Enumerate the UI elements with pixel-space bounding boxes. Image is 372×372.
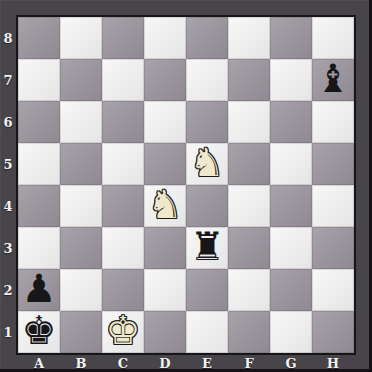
- file-label-h: H: [312, 355, 354, 372]
- square-b6[interactable]: [60, 101, 102, 143]
- square-f3[interactable]: [228, 227, 270, 269]
- square-b7[interactable]: [60, 59, 102, 101]
- square-b2[interactable]: [60, 269, 102, 311]
- square-d8[interactable]: [144, 17, 186, 59]
- square-a2[interactable]: ♟: [18, 269, 60, 311]
- rank-label-4: 4: [0, 185, 16, 227]
- chess-app-window: ♝♞♞♜♟♚♚ 87654321 ABCDEFGH: [0, 0, 372, 372]
- rank-label-1: 1: [0, 311, 16, 353]
- square-e7[interactable]: [186, 59, 228, 101]
- square-g2[interactable]: [270, 269, 312, 311]
- file-label-d: D: [144, 355, 186, 372]
- square-e3[interactable]: ♜: [186, 227, 228, 269]
- black-bishop[interactable]: ♝: [316, 58, 351, 100]
- square-f7[interactable]: [228, 59, 270, 101]
- square-a8[interactable]: [18, 17, 60, 59]
- square-g5[interactable]: [270, 143, 312, 185]
- square-f8[interactable]: [228, 17, 270, 59]
- square-e2[interactable]: [186, 269, 228, 311]
- square-g7[interactable]: [270, 59, 312, 101]
- file-labels: ABCDEFGH: [18, 355, 354, 372]
- square-e8[interactable]: [186, 17, 228, 59]
- square-c2[interactable]: [102, 269, 144, 311]
- square-f1[interactable]: [228, 311, 270, 353]
- square-a4[interactable]: [18, 185, 60, 227]
- square-c6[interactable]: [102, 101, 144, 143]
- white-knight[interactable]: ♞: [190, 142, 225, 184]
- square-d5[interactable]: [144, 143, 186, 185]
- square-e5[interactable]: ♞: [186, 143, 228, 185]
- file-label-c: C: [102, 355, 144, 372]
- square-d3[interactable]: [144, 227, 186, 269]
- file-label-a: A: [18, 355, 60, 372]
- square-a7[interactable]: [18, 59, 60, 101]
- rank-labels: 87654321: [0, 17, 16, 353]
- file-label-e: E: [186, 355, 228, 372]
- square-a3[interactable]: [18, 227, 60, 269]
- rank-label-8: 8: [0, 17, 16, 59]
- square-b3[interactable]: [60, 227, 102, 269]
- square-d1[interactable]: [144, 311, 186, 353]
- square-h5[interactable]: [312, 143, 354, 185]
- square-c1[interactable]: ♚: [102, 311, 144, 353]
- black-king[interactable]: ♚: [22, 310, 57, 352]
- square-a5[interactable]: [18, 143, 60, 185]
- rank-label-3: 3: [0, 227, 16, 269]
- square-b5[interactable]: [60, 143, 102, 185]
- square-a6[interactable]: [18, 101, 60, 143]
- file-label-b: B: [60, 355, 102, 372]
- square-h7[interactable]: ♝: [312, 59, 354, 101]
- square-h1[interactable]: [312, 311, 354, 353]
- square-g1[interactable]: [270, 311, 312, 353]
- square-d6[interactable]: [144, 101, 186, 143]
- square-e6[interactable]: [186, 101, 228, 143]
- square-f6[interactable]: [228, 101, 270, 143]
- black-pawn[interactable]: ♟: [22, 268, 57, 310]
- square-c4[interactable]: [102, 185, 144, 227]
- white-knight[interactable]: ♞: [148, 184, 183, 226]
- rank-label-2: 2: [0, 269, 16, 311]
- square-c8[interactable]: [102, 17, 144, 59]
- square-g4[interactable]: [270, 185, 312, 227]
- square-g6[interactable]: [270, 101, 312, 143]
- square-g3[interactable]: [270, 227, 312, 269]
- square-d4[interactable]: ♞: [144, 185, 186, 227]
- square-f4[interactable]: [228, 185, 270, 227]
- square-d2[interactable]: [144, 269, 186, 311]
- chess-board-frame: ♝♞♞♜♟♚♚: [16, 15, 356, 355]
- square-f5[interactable]: [228, 143, 270, 185]
- square-h2[interactable]: [312, 269, 354, 311]
- rank-label-6: 6: [0, 101, 16, 143]
- square-c3[interactable]: [102, 227, 144, 269]
- square-b8[interactable]: [60, 17, 102, 59]
- white-king[interactable]: ♚: [106, 310, 141, 352]
- square-c5[interactable]: [102, 143, 144, 185]
- square-h6[interactable]: [312, 101, 354, 143]
- chess-board: ♝♞♞♜♟♚♚: [18, 17, 354, 353]
- square-a1[interactable]: ♚: [18, 311, 60, 353]
- square-b1[interactable]: [60, 311, 102, 353]
- square-e4[interactable]: [186, 185, 228, 227]
- square-h4[interactable]: [312, 185, 354, 227]
- square-h8[interactable]: [312, 17, 354, 59]
- square-h3[interactable]: [312, 227, 354, 269]
- square-e1[interactable]: [186, 311, 228, 353]
- black-rook[interactable]: ♜: [190, 226, 225, 268]
- square-g8[interactable]: [270, 17, 312, 59]
- rank-label-5: 5: [0, 143, 16, 185]
- square-c7[interactable]: [102, 59, 144, 101]
- square-f2[interactable]: [228, 269, 270, 311]
- rank-label-7: 7: [0, 59, 16, 101]
- square-b4[interactable]: [60, 185, 102, 227]
- file-label-f: F: [228, 355, 270, 372]
- square-d7[interactable]: [144, 59, 186, 101]
- file-label-g: G: [270, 355, 312, 372]
